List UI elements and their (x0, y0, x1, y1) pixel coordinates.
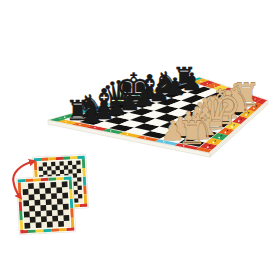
inset-chess-board-square (23, 200, 29, 206)
inset-chess-board-square (46, 210, 52, 216)
inset-checkers-board-square (64, 165, 68, 169)
inset-checkers-board-square (72, 165, 76, 169)
border-illustration-dot (110, 130, 111, 131)
inset-chess-board-square (23, 189, 29, 195)
black-pawn-a7: ♟ (81, 101, 103, 129)
inset-checkers-board-square (76, 160, 80, 164)
inset-chess-board-square (62, 193, 68, 199)
scene-svg: ♜♟♞♟♝♟♟♚♟♜♛♟♟♝♞♟♟♞♝♟♜♟♟♚♟♛♟♝♟♞♟♜ (0, 0, 280, 280)
inset-checkers-board-square (47, 166, 51, 170)
inset-checkers-board-square (68, 169, 72, 173)
inset-chess-board-square (39, 183, 45, 189)
inset-reversible-boards (13, 154, 88, 234)
inset-checkers-board-square (68, 161, 72, 165)
inset-checkers-board-square (43, 162, 47, 166)
wood-rook-a1: ♜ (178, 115, 206, 151)
product-photo-chess-set: ♜♟♞♟♝♟♟♚♟♜♛♟♟♝♞♟♟♞♝♟♜♟♟♚♟♛♟♝♟♞♟♜ (0, 0, 280, 280)
inset-chess-board-square (24, 212, 30, 218)
inset-chess-board-square (40, 194, 46, 200)
inset-chess-board-square (51, 193, 57, 199)
inset-chess-board-square (57, 199, 63, 205)
border-illustration-dot (144, 137, 145, 138)
inset-chess-board-square (34, 188, 40, 194)
inset-checkers-board-square (60, 170, 64, 174)
inset-chess-board-square (30, 217, 36, 223)
inset-chess-board-square (50, 182, 56, 188)
inset-chess-board-square (62, 181, 68, 187)
inset-checkers-board-square (39, 167, 43, 171)
inset-chess-board-square (58, 221, 64, 227)
inset-checkers-board-square (43, 171, 47, 175)
inset-chess-board-square (29, 194, 35, 200)
inset-chess-board-square (24, 223, 30, 229)
inset-chess-board-square (63, 215, 69, 221)
inset-chess-board-square (52, 204, 58, 210)
inset-chess-board-square (36, 222, 42, 228)
inset-chess-board-square (35, 211, 41, 217)
inset-checkers-board-square (74, 198, 78, 202)
inset-checkers-board-square (74, 190, 78, 194)
inset-chess-board-square (63, 204, 69, 210)
inset-checkers-board-square (77, 169, 81, 173)
inset-checkers-board-square (51, 162, 55, 166)
inset-chess-board-square (58, 210, 64, 216)
inset-checkers-board-square (78, 194, 82, 198)
inset-chess-board-square (56, 187, 62, 193)
inset-chess-board-square (40, 205, 46, 211)
inset-checkers-board-square (73, 182, 77, 186)
inset-chess-board-square (34, 200, 40, 206)
inset-checkers-board-square (59, 161, 63, 165)
inset-chess-board-square (29, 206, 35, 212)
inset-checkers-board-square (77, 186, 81, 190)
inset-chess-board-square (52, 216, 58, 222)
inset-chess-board-square (45, 188, 51, 194)
inset-checkers-board-square (73, 173, 77, 177)
inset-chess-board-square (41, 216, 47, 222)
border-illustration-dot (127, 134, 128, 135)
inset-chess-board-square (47, 222, 53, 228)
inset-chess-board-square (46, 199, 52, 205)
inset-chess-board-square (28, 183, 34, 189)
inset-checkers-board-square (51, 170, 55, 174)
inset-checkers-board-square (55, 166, 59, 170)
inset-checkers-board-square (77, 177, 81, 181)
inset-chess-board (16, 175, 75, 234)
